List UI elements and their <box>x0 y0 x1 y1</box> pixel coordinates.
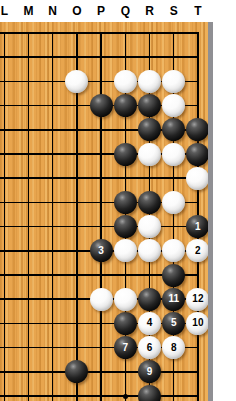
stone-white-S16 <box>162 94 185 117</box>
stone-white-S17 <box>162 70 185 93</box>
move-number: 2 <box>195 246 201 256</box>
col-label-T: T <box>188 0 208 21</box>
stone-black-R8 <box>138 288 161 311</box>
stone-black-R4 <box>138 385 161 401</box>
go-diagram-panel: LMNOPQRST 19181716151413121110987654 131… <box>0 0 236 401</box>
col-label-S: S <box>164 0 184 21</box>
stone-white-S10 <box>162 239 185 262</box>
col-label-O: O <box>67 0 87 21</box>
stone-white-S14 <box>162 143 185 166</box>
col-label-N: N <box>43 0 63 21</box>
stone-white-R11 <box>138 215 161 238</box>
board-shadow <box>208 22 213 401</box>
stone-black-T11: 1 <box>186 215 209 238</box>
grid-hline-19 <box>0 32 199 34</box>
move-number: 7 <box>123 343 129 353</box>
move-number: 5 <box>171 318 177 328</box>
star-point-Q4 <box>123 394 128 399</box>
stone-black-Q7 <box>114 312 137 335</box>
col-label-Q: Q <box>115 0 135 21</box>
stone-white-R7: 4 <box>138 312 161 335</box>
stone-white-Q17 <box>114 70 137 93</box>
grid-vline-P <box>100 33 102 401</box>
stone-white-Q10 <box>114 239 137 262</box>
grid-hline-13 <box>0 177 199 179</box>
col-label-R: R <box>140 0 160 21</box>
grid-vline-N <box>52 33 54 401</box>
stone-white-S6: 8 <box>162 336 185 359</box>
grid-vline-L <box>4 33 6 401</box>
stone-black-T15 <box>186 118 209 141</box>
move-number: 11 <box>168 294 179 304</box>
stone-black-R16 <box>138 94 161 117</box>
stone-black-Q6: 7 <box>114 336 137 359</box>
grid-hline-18 <box>0 56 199 58</box>
stone-black-R5: 9 <box>138 360 161 383</box>
move-number: 1 <box>195 222 201 232</box>
move-number: 9 <box>147 367 153 377</box>
stone-black-Q12 <box>114 191 137 214</box>
stone-white-R6: 6 <box>138 336 161 359</box>
stone-black-S8: 11 <box>162 288 185 311</box>
stone-white-R14 <box>138 143 161 166</box>
stone-white-T10: 2 <box>186 239 209 262</box>
move-number: 6 <box>147 343 153 353</box>
col-label-P: P <box>91 0 111 21</box>
grid-hline-11 <box>0 226 199 228</box>
grid-vline-M <box>28 33 30 401</box>
stone-black-P16 <box>90 94 113 117</box>
stone-white-Q8 <box>114 288 137 311</box>
stone-white-O17 <box>65 70 88 93</box>
stone-white-T13 <box>186 167 209 190</box>
grid-hline-5 <box>0 371 199 373</box>
stone-black-Q14 <box>114 143 137 166</box>
stone-white-R10 <box>138 239 161 262</box>
move-number: 4 <box>147 318 153 328</box>
stone-black-O5 <box>65 360 88 383</box>
move-number: 12 <box>192 294 203 304</box>
stone-white-R17 <box>138 70 161 93</box>
grid-hline-4 <box>0 395 199 397</box>
stone-black-S9 <box>162 264 185 287</box>
stone-black-Q11 <box>114 215 137 238</box>
stone-black-Q16 <box>114 94 137 117</box>
stone-black-R12 <box>138 191 161 214</box>
stone-black-S15 <box>162 118 185 141</box>
row-labels: 19181716151413121110987654 <box>212 0 236 401</box>
stone-black-T14 <box>186 143 209 166</box>
stone-white-P8 <box>90 288 113 311</box>
stone-black-R15 <box>138 118 161 141</box>
col-label-L: L <box>0 0 14 21</box>
stone-white-T8: 12 <box>186 288 209 311</box>
stone-black-P10: 3 <box>90 239 113 262</box>
move-number: 3 <box>98 246 104 256</box>
go-board[interactable]: 131157921241068 <box>0 22 208 401</box>
stone-black-S7: 5 <box>162 312 185 335</box>
column-labels: LMNOPQRST <box>0 0 236 21</box>
move-number: 8 <box>171 343 177 353</box>
stone-white-S12 <box>162 191 185 214</box>
move-number: 10 <box>192 318 203 328</box>
stone-white-T7: 10 <box>186 312 209 335</box>
col-label-M: M <box>19 0 39 21</box>
